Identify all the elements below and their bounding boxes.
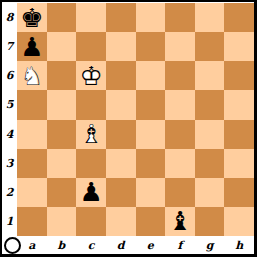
square-d8[interactable]	[106, 3, 136, 32]
square-e5[interactable]	[136, 90, 166, 119]
square-g4[interactable]	[195, 120, 225, 149]
square-g6[interactable]	[195, 61, 225, 90]
square-b1[interactable]	[47, 207, 77, 236]
diagram-inner: 87654321 ♚♟♞♘♚♔♝♗♟♝ abcdefgh	[2, 2, 254, 254]
square-b2[interactable]	[47, 178, 77, 207]
black-pawn-glyph: ♟	[17, 32, 47, 61]
file-label-d: d	[106, 236, 136, 254]
white-knight-a6[interactable]: ♞♘	[17, 61, 47, 90]
square-d7[interactable]	[106, 32, 136, 61]
white-king-c6[interactable]: ♚♔	[76, 61, 106, 90]
square-b3[interactable]	[47, 149, 77, 178]
square-h2[interactable]	[224, 178, 254, 207]
rank-labels: 87654321	[2, 3, 17, 236]
black-pawn-c2[interactable]: ♟	[76, 178, 106, 207]
square-f6[interactable]	[165, 61, 195, 90]
square-h6[interactable]	[224, 61, 254, 90]
square-c8[interactable]	[76, 3, 106, 32]
square-f8[interactable]	[165, 3, 195, 32]
square-f3[interactable]	[165, 149, 195, 178]
square-f7[interactable]	[165, 32, 195, 61]
square-a2[interactable]	[17, 178, 47, 207]
white-bishop-glyph: ♗	[76, 120, 106, 149]
white-bishop-c4[interactable]: ♝♗	[76, 120, 106, 149]
square-g5[interactable]	[195, 90, 225, 119]
square-c3[interactable]	[76, 149, 106, 178]
square-c5[interactable]	[76, 90, 106, 119]
square-b8[interactable]	[47, 3, 77, 32]
rank-label-6: 6	[2, 61, 17, 90]
square-c1[interactable]	[76, 207, 106, 236]
square-f2[interactable]	[165, 178, 195, 207]
white-to-move-indicator	[4, 237, 21, 254]
white-knight-glyph: ♘	[17, 61, 47, 90]
square-e6[interactable]	[136, 61, 166, 90]
square-d6[interactable]	[106, 61, 136, 90]
black-king-a8[interactable]: ♚	[17, 3, 47, 32]
square-f4[interactable]	[165, 120, 195, 149]
square-g1[interactable]	[195, 207, 225, 236]
square-c7[interactable]	[76, 32, 106, 61]
file-label-h: h	[224, 236, 254, 254]
square-g3[interactable]	[195, 149, 225, 178]
square-a3[interactable]	[17, 149, 47, 178]
square-h1[interactable]	[224, 207, 254, 236]
file-label-g: g	[195, 236, 225, 254]
file-labels: abcdefgh	[17, 236, 254, 254]
square-e3[interactable]	[136, 149, 166, 178]
square-f5[interactable]	[165, 90, 195, 119]
square-h4[interactable]	[224, 120, 254, 149]
square-a8[interactable]: ♚	[17, 3, 47, 32]
square-g2[interactable]	[195, 178, 225, 207]
rank-label-4: 4	[2, 120, 17, 149]
square-g7[interactable]	[195, 32, 225, 61]
chess-diagram: 87654321 ♚♟♞♘♚♔♝♗♟♝ abcdefgh	[0, 0, 257, 257]
chess-board[interactable]: ♚♟♞♘♚♔♝♗♟♝	[17, 3, 254, 236]
rank-label-8: 8	[2, 3, 17, 32]
square-b6[interactable]	[47, 61, 77, 90]
black-bishop-glyph: ♝	[165, 207, 195, 236]
square-d1[interactable]	[106, 207, 136, 236]
square-a5[interactable]	[17, 90, 47, 119]
square-f1[interactable]: ♝	[165, 207, 195, 236]
rank-label-5: 5	[2, 90, 17, 119]
square-a7[interactable]: ♟	[17, 32, 47, 61]
square-e8[interactable]	[136, 3, 166, 32]
file-label-c: c	[76, 236, 106, 254]
file-label-f: f	[165, 236, 195, 254]
square-e7[interactable]	[136, 32, 166, 61]
square-d3[interactable]	[106, 149, 136, 178]
square-c4[interactable]: ♝♗	[76, 120, 106, 149]
square-e2[interactable]	[136, 178, 166, 207]
square-d5[interactable]	[106, 90, 136, 119]
black-pawn-a7[interactable]: ♟	[17, 32, 47, 61]
rank-label-1: 1	[2, 207, 17, 236]
black-bishop-f1[interactable]: ♝	[165, 207, 195, 236]
white-king-glyph: ♔	[76, 61, 106, 90]
rank-label-3: 3	[2, 149, 17, 178]
square-d2[interactable]	[106, 178, 136, 207]
square-a6[interactable]: ♞♘	[17, 61, 47, 90]
file-label-e: e	[136, 236, 166, 254]
square-e4[interactable]	[136, 120, 166, 149]
black-pawn-glyph: ♟	[76, 178, 106, 207]
file-label-a: a	[17, 236, 47, 254]
square-b7[interactable]	[47, 32, 77, 61]
rank-label-2: 2	[2, 178, 17, 207]
square-a4[interactable]	[17, 120, 47, 149]
square-d4[interactable]	[106, 120, 136, 149]
square-h8[interactable]	[224, 3, 254, 32]
file-label-b: b	[47, 236, 77, 254]
square-c6[interactable]: ♚♔	[76, 61, 106, 90]
square-b4[interactable]	[47, 120, 77, 149]
square-a1[interactable]	[17, 207, 47, 236]
square-e1[interactable]	[136, 207, 166, 236]
square-h7[interactable]	[224, 32, 254, 61]
rank-label-7: 7	[2, 32, 17, 61]
square-c2[interactable]: ♟	[76, 178, 106, 207]
square-b5[interactable]	[47, 90, 77, 119]
square-h5[interactable]	[224, 90, 254, 119]
black-king-glyph: ♚	[17, 3, 47, 32]
square-h3[interactable]	[224, 149, 254, 178]
square-g8[interactable]	[195, 3, 225, 32]
